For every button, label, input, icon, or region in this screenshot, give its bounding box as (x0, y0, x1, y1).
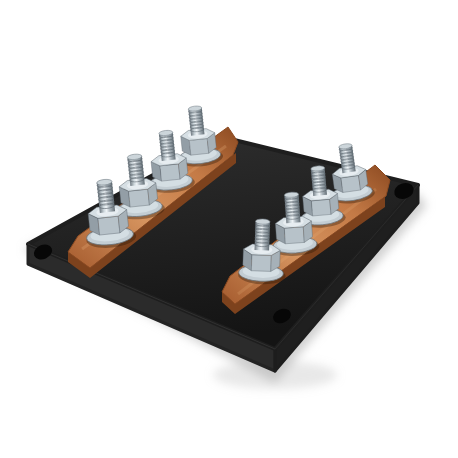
photo-canvas (0, 0, 458, 458)
terminal-block-photo (0, 0, 458, 458)
